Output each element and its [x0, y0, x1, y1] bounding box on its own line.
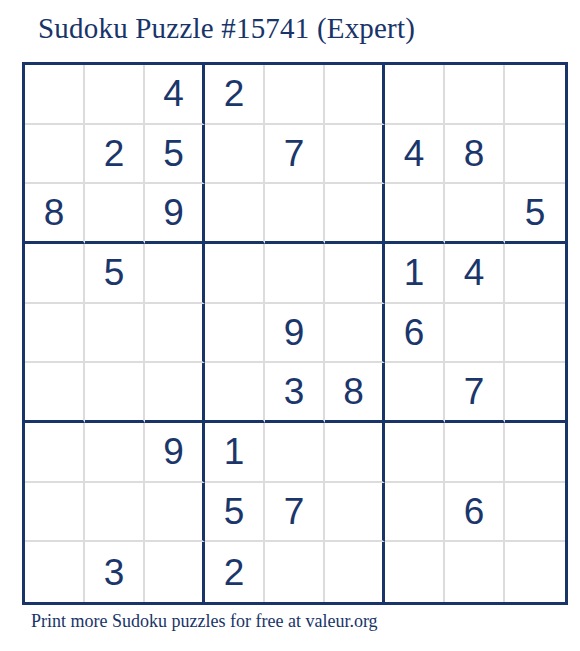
cell-r7c8[interactable]	[445, 423, 505, 483]
cell-r7c7[interactable]	[385, 423, 445, 483]
cell-r5c3[interactable]	[145, 304, 205, 364]
cell-r5c2[interactable]	[85, 304, 145, 364]
cell-r7c4[interactable]: 1	[205, 423, 265, 483]
cell-r2c8[interactable]: 8	[445, 125, 505, 185]
cell-r1c8[interactable]	[445, 65, 505, 125]
cell-r6c9[interactable]	[505, 363, 565, 423]
cell-r8c5[interactable]: 7	[265, 483, 325, 543]
cell-r6c8[interactable]: 7	[445, 363, 505, 423]
cell-r3c3[interactable]: 9	[145, 184, 205, 244]
cell-r6c3[interactable]	[145, 363, 205, 423]
cell-r2c6[interactable]	[325, 125, 385, 185]
cell-r8c6[interactable]	[325, 483, 385, 543]
cell-r6c2[interactable]	[85, 363, 145, 423]
cell-r4c8[interactable]: 4	[445, 244, 505, 304]
cell-r1c4[interactable]: 2	[205, 65, 265, 125]
cell-r5c7[interactable]: 6	[385, 304, 445, 364]
cell-r5c9[interactable]	[505, 304, 565, 364]
cell-r7c6[interactable]	[325, 423, 385, 483]
cell-r7c2[interactable]	[85, 423, 145, 483]
cell-r9c1[interactable]	[25, 542, 85, 602]
cell-r1c6[interactable]	[325, 65, 385, 125]
cell-r3c6[interactable]	[325, 184, 385, 244]
cell-r9c3[interactable]	[145, 542, 205, 602]
cell-r4c4[interactable]	[205, 244, 265, 304]
cell-r8c9[interactable]	[505, 483, 565, 543]
cell-r2c5[interactable]: 7	[265, 125, 325, 185]
cell-r5c1[interactable]	[25, 304, 85, 364]
cell-r4c9[interactable]	[505, 244, 565, 304]
cell-r9c4[interactable]: 2	[205, 542, 265, 602]
cell-r6c6[interactable]: 8	[325, 363, 385, 423]
cell-r8c4[interactable]: 5	[205, 483, 265, 543]
cell-r3c2[interactable]	[85, 184, 145, 244]
cell-r8c8[interactable]: 6	[445, 483, 505, 543]
sudoku-page: Sudoku Puzzle #15741 (Expert) 4225748895…	[0, 0, 580, 651]
cell-r1c7[interactable]	[385, 65, 445, 125]
cell-r2c7[interactable]: 4	[385, 125, 445, 185]
cell-r1c2[interactable]	[85, 65, 145, 125]
cell-r4c1[interactable]	[25, 244, 85, 304]
cell-r4c7[interactable]: 1	[385, 244, 445, 304]
cell-r1c3[interactable]: 4	[145, 65, 205, 125]
cell-r3c4[interactable]	[205, 184, 265, 244]
cell-r6c1[interactable]	[25, 363, 85, 423]
cell-r5c4[interactable]	[205, 304, 265, 364]
cell-r6c7[interactable]	[385, 363, 445, 423]
cell-r7c9[interactable]	[505, 423, 565, 483]
cell-r7c1[interactable]	[25, 423, 85, 483]
cell-r1c1[interactable]	[25, 65, 85, 125]
cell-r3c5[interactable]	[265, 184, 325, 244]
cell-r9c6[interactable]	[325, 542, 385, 602]
cell-r2c3[interactable]: 5	[145, 125, 205, 185]
cell-r3c1[interactable]: 8	[25, 184, 85, 244]
cell-r8c2[interactable]	[85, 483, 145, 543]
footer-text: Print more Sudoku puzzles for free at va…	[31, 611, 378, 632]
cell-r2c4[interactable]	[205, 125, 265, 185]
cell-r9c8[interactable]	[445, 542, 505, 602]
cell-r7c3[interactable]: 9	[145, 423, 205, 483]
cell-r9c2[interactable]: 3	[85, 542, 145, 602]
cell-r7c5[interactable]	[265, 423, 325, 483]
cell-r3c8[interactable]	[445, 184, 505, 244]
page-title: Sudoku Puzzle #15741 (Expert)	[38, 12, 415, 45]
cell-r6c4[interactable]	[205, 363, 265, 423]
cell-r8c3[interactable]	[145, 483, 205, 543]
cell-r1c5[interactable]	[265, 65, 325, 125]
sudoku-board: 4225748895514963879157632	[22, 62, 568, 605]
cell-r5c5[interactable]: 9	[265, 304, 325, 364]
cell-r9c9[interactable]	[505, 542, 565, 602]
cell-r3c9[interactable]: 5	[505, 184, 565, 244]
cell-r2c9[interactable]	[505, 125, 565, 185]
cell-r8c1[interactable]	[25, 483, 85, 543]
cell-r4c3[interactable]	[145, 244, 205, 304]
cell-r5c8[interactable]	[445, 304, 505, 364]
cell-r3c7[interactable]	[385, 184, 445, 244]
cell-r6c5[interactable]: 3	[265, 363, 325, 423]
cell-r8c7[interactable]	[385, 483, 445, 543]
cell-r4c5[interactable]	[265, 244, 325, 304]
cell-r1c9[interactable]	[505, 65, 565, 125]
cell-r4c6[interactable]	[325, 244, 385, 304]
cell-r4c2[interactable]: 5	[85, 244, 145, 304]
cell-r5c6[interactable]	[325, 304, 385, 364]
cell-r9c5[interactable]	[265, 542, 325, 602]
cell-r2c2[interactable]: 2	[85, 125, 145, 185]
cell-r9c7[interactable]	[385, 542, 445, 602]
cell-r2c1[interactable]	[25, 125, 85, 185]
